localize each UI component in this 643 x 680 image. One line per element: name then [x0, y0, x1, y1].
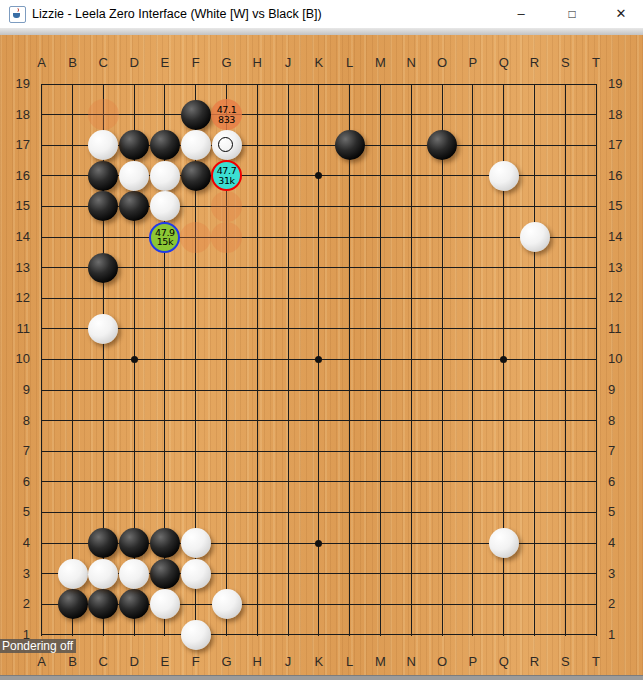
stone-black[interactable] — [88, 589, 118, 619]
coord-label-row-right: 1 — [608, 627, 634, 642]
java-icon-steam — [15, 8, 19, 12]
coord-label-row-left: 18 — [4, 107, 30, 122]
stone-white[interactable] — [88, 559, 118, 589]
ghost-move-circle[interactable] — [211, 222, 242, 253]
grid-line-horizontal — [41, 420, 596, 421]
coord-label-row-left: 19 — [4, 76, 30, 91]
star-point — [315, 356, 322, 363]
grid-line-horizontal — [41, 328, 596, 329]
stone-white[interactable] — [181, 528, 211, 558]
stone-white[interactable] — [181, 559, 211, 589]
close-button[interactable]: ✕ — [604, 0, 638, 28]
grid-line-vertical — [596, 84, 597, 636]
stone-white[interactable] — [150, 589, 180, 619]
stone-white[interactable] — [150, 161, 180, 191]
stone-white[interactable] — [489, 161, 519, 191]
grid-line-vertical — [349, 84, 350, 636]
stone-black[interactable] — [119, 528, 149, 558]
coord-label-column-top: B — [62, 55, 84, 70]
stone-black[interactable] — [335, 130, 365, 160]
coord-label-row-left: 6 — [4, 474, 30, 489]
coord-label-row-right: 10 — [608, 351, 634, 366]
coord-label-column-top: M — [370, 55, 392, 70]
suggested-move-circle[interactable]: 47.1833 — [211, 99, 242, 130]
coord-label-column-top: F — [185, 55, 207, 70]
coord-label-column-bottom: R — [524, 654, 546, 669]
suggestion-visits: 31k — [218, 176, 234, 186]
suggestion-visits: 833 — [218, 115, 235, 125]
coord-label-row-left: 11 — [4, 321, 30, 336]
grid-line-vertical — [380, 84, 381, 636]
coord-label-column-bottom: N — [400, 654, 422, 669]
star-point — [131, 356, 138, 363]
grid-line-vertical — [288, 84, 289, 636]
coord-label-row-right: 4 — [608, 535, 634, 550]
coord-label-row-right: 19 — [608, 76, 634, 91]
stone-black[interactable] — [119, 589, 149, 619]
coord-label-column-top: L — [339, 55, 361, 70]
coord-label-row-right: 7 — [608, 443, 634, 458]
stone-white[interactable] — [88, 314, 118, 344]
coord-label-column-bottom: B — [62, 654, 84, 669]
coord-label-column-top: P — [462, 55, 484, 70]
grid-line-vertical — [472, 84, 473, 636]
coord-label-row-right: 16 — [608, 168, 634, 183]
suggestion-visits: 15k — [157, 237, 173, 247]
grid-line-vertical — [41, 84, 42, 636]
grid-line-vertical — [411, 84, 412, 636]
coord-label-row-right: 9 — [608, 382, 634, 397]
grid-line-vertical — [257, 84, 258, 636]
coord-label-row-left: 2 — [4, 596, 30, 611]
coord-label-row-left: 7 — [4, 443, 30, 458]
grid-line-horizontal — [41, 481, 596, 482]
stone-black[interactable] — [181, 161, 211, 191]
stone-white[interactable] — [212, 589, 242, 619]
java-icon-cup — [13, 13, 20, 18]
coord-label-column-top: K — [308, 55, 330, 70]
coord-label-row-right: 13 — [608, 260, 634, 275]
coord-label-row-right: 12 — [608, 290, 634, 305]
coord-label-row-right: 8 — [608, 413, 634, 428]
grid-line-horizontal — [41, 298, 596, 299]
go-board[interactable]: AABBCCDDEEFFGGHHJJKKLLMMNNOOPPQQRRSSTT19… — [0, 35, 643, 675]
coord-label-row-left: 12 — [4, 290, 30, 305]
coord-label-column-bottom: L — [339, 654, 361, 669]
coord-label-row-left: 13 — [4, 260, 30, 275]
coord-label-column-bottom: E — [154, 654, 176, 669]
ghost-move-circle[interactable] — [211, 191, 242, 222]
coord-label-column-bottom: D — [123, 654, 145, 669]
coord-label-row-right: 14 — [608, 229, 634, 244]
coord-label-column-bottom: S — [554, 654, 576, 669]
coord-label-row-left: 9 — [4, 382, 30, 397]
coord-label-column-bottom: O — [431, 654, 453, 669]
coord-label-column-top: G — [216, 55, 238, 70]
stone-white[interactable] — [181, 620, 211, 650]
suggested-move-circle[interactable]: 47.731k — [211, 160, 242, 191]
coord-label-row-right: 6 — [608, 474, 634, 489]
stone-black[interactable] — [88, 253, 118, 283]
coord-label-row-right: 5 — [608, 504, 634, 519]
coord-label-row-left: 17 — [4, 137, 30, 152]
stone-black[interactable] — [119, 130, 149, 160]
coord-label-row-left: 3 — [4, 566, 30, 581]
minimize-button[interactable]: – — [504, 0, 538, 28]
stone-white[interactable] — [58, 559, 88, 589]
grid-line-horizontal — [41, 237, 596, 238]
stone-black[interactable] — [88, 528, 118, 558]
coord-label-column-bottom: P — [462, 654, 484, 669]
window-bottom-edge — [0, 675, 643, 680]
stone-black[interactable] — [427, 130, 457, 160]
grid-line-horizontal — [41, 634, 596, 635]
coord-label-column-bottom: H — [246, 654, 268, 669]
stone-black[interactable] — [150, 528, 180, 558]
grid-line-horizontal — [41, 84, 596, 85]
title-bar: Lizzie - Leela Zero Interface (White [W]… — [0, 0, 643, 29]
coord-label-row-right: 3 — [608, 566, 634, 581]
coord-label-row-right: 2 — [608, 596, 634, 611]
coord-label-column-bottom: K — [308, 654, 330, 669]
coord-label-column-top: E — [154, 55, 176, 70]
stone-black[interactable] — [181, 100, 211, 130]
grid-line-horizontal — [41, 512, 596, 513]
coord-label-column-top: O — [431, 55, 453, 70]
window-title: Lizzie - Leela Zero Interface (White [W]… — [32, 0, 322, 28]
coord-label-column-bottom: M — [370, 654, 392, 669]
coord-label-column-top: D — [123, 55, 145, 70]
grid-line-horizontal — [41, 114, 596, 115]
suggested-move-circle[interactable]: 47.915k — [149, 222, 180, 253]
coord-label-column-top: R — [524, 55, 546, 70]
ghost-move-circle[interactable] — [180, 222, 211, 253]
stone-black[interactable] — [150, 130, 180, 160]
stone-white[interactable] — [119, 559, 149, 589]
star-point — [500, 356, 507, 363]
star-point — [315, 540, 322, 547]
coord-label-column-bottom: G — [216, 654, 238, 669]
app-window: Lizzie - Leela Zero Interface (White [W]… — [0, 0, 643, 680]
ghost-move-circle[interactable] — [88, 99, 119, 130]
grid-line-vertical — [565, 84, 566, 636]
coord-label-column-top: Q — [493, 55, 515, 70]
coord-label-column-top: C — [92, 55, 114, 70]
stone-white[interactable] — [150, 191, 180, 221]
coord-label-column-top: S — [554, 55, 576, 70]
grid-line-horizontal — [41, 390, 596, 391]
coord-label-column-bottom: F — [185, 654, 207, 669]
stone-black[interactable] — [88, 191, 118, 221]
coord-label-column-bottom: J — [277, 654, 299, 669]
stone-white[interactable] — [88, 130, 118, 160]
pondering-status: Pondering off — [0, 639, 76, 653]
coord-label-column-bottom: C — [92, 654, 114, 669]
coord-label-column-top: N — [400, 55, 422, 70]
grid-line-vertical — [72, 84, 73, 636]
grid-line-horizontal — [41, 267, 596, 268]
coord-label-column-top: A — [31, 55, 53, 70]
coord-label-row-right: 15 — [608, 198, 634, 213]
coord-label-row-left: 15 — [4, 198, 30, 213]
coord-label-row-right: 17 — [608, 137, 634, 152]
coord-label-column-bottom: Q — [493, 654, 515, 669]
stone-black[interactable] — [150, 559, 180, 589]
stone-black[interactable] — [88, 161, 118, 191]
coord-label-row-left: 10 — [4, 351, 30, 366]
coord-label-column-top: T — [585, 55, 607, 70]
coord-label-row-left: 14 — [4, 229, 30, 244]
coord-label-column-bottom: A — [31, 654, 53, 669]
coord-label-row-left: 8 — [4, 413, 30, 428]
stone-black[interactable] — [119, 191, 149, 221]
grid-line-vertical — [442, 84, 443, 636]
coord-label-row-right: 11 — [608, 321, 634, 336]
maximize-button[interactable]: □ — [555, 0, 589, 28]
coord-label-row-right: 18 — [608, 107, 634, 122]
coord-label-row-left: 16 — [4, 168, 30, 183]
grid-line-horizontal — [41, 451, 596, 452]
coord-label-column-top: H — [246, 55, 268, 70]
grid-line-vertical — [534, 84, 535, 636]
coord-label-column-top: J — [277, 55, 299, 70]
stone-white[interactable] — [520, 222, 550, 252]
coord-label-column-bottom: T — [585, 654, 607, 669]
stone-black[interactable] — [58, 589, 88, 619]
stone-white[interactable] — [489, 528, 519, 558]
coord-label-row-left: 4 — [4, 535, 30, 550]
star-point — [315, 172, 322, 179]
stone-white[interactable] — [119, 161, 149, 191]
coord-label-row-left: 5 — [4, 504, 30, 519]
stone-white[interactable] — [181, 130, 211, 160]
java-app-icon — [9, 6, 26, 23]
